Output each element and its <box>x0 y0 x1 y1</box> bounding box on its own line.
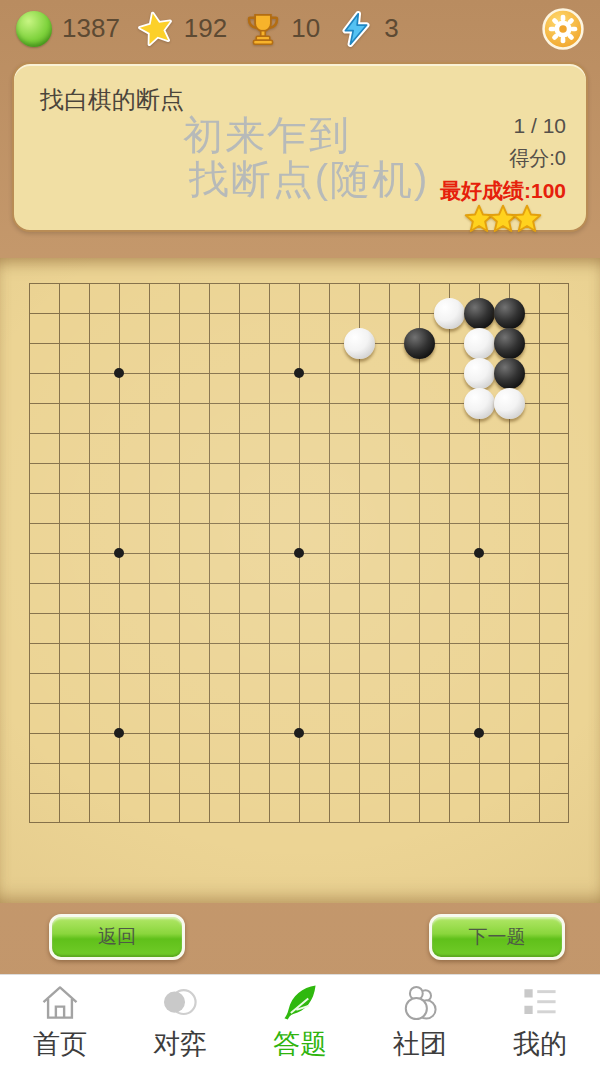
nav-label: 对弈 <box>153 1026 207 1062</box>
go-board-grid[interactable] <box>14 268 584 838</box>
white-stone <box>494 388 525 419</box>
trophy-icon <box>245 11 281 47</box>
nav-item-play[interactable]: 对弈 <box>120 975 240 1067</box>
white-stone <box>464 358 495 389</box>
white-stone <box>464 328 495 359</box>
nav-label: 答题 <box>273 1026 327 1062</box>
black-stone <box>464 298 495 329</box>
home-icon <box>37 981 83 1025</box>
quiz-feather-icon <box>277 981 323 1025</box>
lightning-icon <box>338 11 374 47</box>
rank-ball-icon <box>16 11 52 47</box>
profile-list-icon <box>517 981 563 1025</box>
star-point <box>114 728 124 738</box>
nav-label: 首页 <box>33 1026 87 1062</box>
black-stone <box>494 358 525 389</box>
bottom-nav: 首页 对弈 答题 社团 <box>0 974 600 1067</box>
progress-counter: 1 / 10 <box>440 114 566 138</box>
watermark-mode: 找断点(随机) <box>189 152 430 207</box>
quiz-card: 找白棋的断点 初来乍到 找断点(随机) 1 / 10 得分:0 最好成绩:100 <box>12 62 588 232</box>
star-point <box>114 548 124 558</box>
app-screen: 1387 192 10 3 <box>0 0 600 1067</box>
star-point <box>114 368 124 378</box>
star-point <box>294 368 304 378</box>
star-point <box>294 728 304 738</box>
quiz-stats: 1 / 10 得分:0 最好成绩:100 <box>440 114 566 235</box>
score-text: 得分:0 <box>440 145 566 172</box>
stars-count: 192 <box>184 13 227 44</box>
black-stone <box>494 298 525 329</box>
go-board-section <box>0 258 600 903</box>
best-score-text: 最好成绩:100 <box>440 177 566 205</box>
star-point <box>474 728 484 738</box>
settings-button[interactable] <box>542 8 584 50</box>
back-button[interactable]: 返回 <box>49 914 185 960</box>
puzzle-title: 找白棋的断点 <box>40 84 184 116</box>
nav-item-home[interactable]: 首页 <box>0 975 120 1067</box>
nav-label: 社团 <box>393 1026 447 1062</box>
rank-count: 1387 <box>62 13 120 44</box>
best-stars <box>440 203 566 235</box>
black-stone <box>404 328 435 359</box>
white-stone <box>434 298 465 329</box>
nav-item-quiz[interactable]: 答题 <box>240 975 360 1067</box>
star-point <box>474 548 484 558</box>
nav-label: 我的 <box>513 1026 567 1062</box>
next-button[interactable]: 下一题 <box>429 914 565 960</box>
topbar: 1387 192 10 3 <box>0 0 600 57</box>
black-stone <box>494 328 525 359</box>
star-point <box>294 548 304 558</box>
white-stone <box>464 388 495 419</box>
play-stones-icon <box>157 981 203 1025</box>
energy-count: 3 <box>384 13 398 44</box>
best-star-icon <box>511 203 543 235</box>
white-stone <box>344 328 375 359</box>
gear-icon <box>542 8 584 50</box>
trophy-count: 10 <box>291 13 320 44</box>
star-icon <box>138 11 174 47</box>
club-people-icon <box>397 981 443 1025</box>
nav-item-club[interactable]: 社团 <box>360 975 480 1067</box>
nav-item-mine[interactable]: 我的 <box>480 975 600 1067</box>
